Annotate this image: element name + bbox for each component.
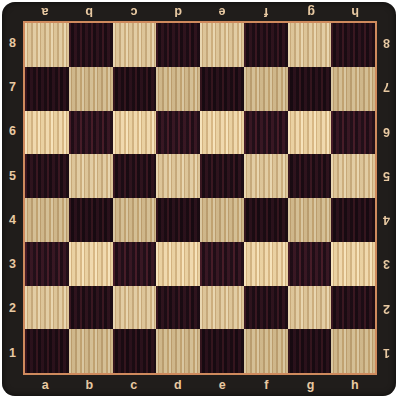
square-g7[interactable] [288, 67, 332, 111]
file-label-top-a: a [23, 2, 67, 21]
square-h5[interactable] [331, 154, 375, 198]
rank-label-right-2: 2 [377, 287, 396, 331]
square-d3[interactable] [156, 242, 200, 286]
square-f5[interactable] [244, 154, 288, 198]
square-g6[interactable] [288, 111, 332, 155]
square-a5[interactable] [25, 154, 69, 198]
square-h7[interactable] [331, 67, 375, 111]
square-f1[interactable] [244, 329, 288, 373]
file-labels-top: abcdefgh [23, 2, 377, 21]
rank-label-left-7: 7 [2, 65, 23, 109]
rank-label-left-3: 3 [2, 242, 23, 286]
rank-label-left-1: 1 [2, 331, 23, 375]
square-c4[interactable] [113, 198, 157, 242]
square-d2[interactable] [156, 286, 200, 330]
square-h1[interactable] [331, 329, 375, 373]
square-c8[interactable] [113, 23, 157, 67]
square-a1[interactable] [25, 329, 69, 373]
file-label-top-b: b [67, 2, 111, 21]
rank-label-left-2: 2 [2, 287, 23, 331]
square-e4[interactable] [200, 198, 244, 242]
square-c1[interactable] [113, 329, 157, 373]
file-label-bottom-g: g [289, 375, 333, 396]
square-e7[interactable] [200, 67, 244, 111]
square-a7[interactable] [25, 67, 69, 111]
square-h6[interactable] [331, 111, 375, 155]
square-f8[interactable] [244, 23, 288, 67]
file-label-top-f: f [244, 2, 288, 21]
square-e6[interactable] [200, 111, 244, 155]
square-d1[interactable] [156, 329, 200, 373]
rank-label-right-6: 6 [377, 110, 396, 154]
square-b7[interactable] [69, 67, 113, 111]
square-g3[interactable] [288, 242, 332, 286]
rank-label-left-6: 6 [2, 110, 23, 154]
square-a6[interactable] [25, 111, 69, 155]
square-e5[interactable] [200, 154, 244, 198]
rank-label-right-5: 5 [377, 154, 396, 198]
square-f6[interactable] [244, 111, 288, 155]
square-c5[interactable] [113, 154, 157, 198]
square-a4[interactable] [25, 198, 69, 242]
square-e8[interactable] [200, 23, 244, 67]
file-label-bottom-b: b [67, 375, 111, 396]
file-label-bottom-e: e [200, 375, 244, 396]
chess-board-mat: abcdefgh 87654321 87654321 abcdefgh [2, 2, 396, 396]
square-c6[interactable] [113, 111, 157, 155]
file-label-bottom-h: h [333, 375, 377, 396]
file-label-bottom-a: a [23, 375, 67, 396]
square-c3[interactable] [113, 242, 157, 286]
square-f2[interactable] [244, 286, 288, 330]
rank-label-left-5: 5 [2, 154, 23, 198]
square-h3[interactable] [331, 242, 375, 286]
file-label-bottom-c: c [112, 375, 156, 396]
rank-label-right-4: 4 [377, 198, 396, 242]
rank-label-right-7: 7 [377, 65, 396, 109]
file-label-top-e: e [200, 2, 244, 21]
square-a8[interactable] [25, 23, 69, 67]
board-frame [23, 21, 377, 375]
file-label-bottom-d: d [156, 375, 200, 396]
square-h8[interactable] [331, 23, 375, 67]
square-f3[interactable] [244, 242, 288, 286]
square-d7[interactable] [156, 67, 200, 111]
file-label-top-h: h [333, 2, 377, 21]
square-b5[interactable] [69, 154, 113, 198]
square-b8[interactable] [69, 23, 113, 67]
square-g2[interactable] [288, 286, 332, 330]
board-grid [25, 23, 375, 373]
square-b2[interactable] [69, 286, 113, 330]
square-e2[interactable] [200, 286, 244, 330]
square-g1[interactable] [288, 329, 332, 373]
square-e1[interactable] [200, 329, 244, 373]
square-d5[interactable] [156, 154, 200, 198]
square-g5[interactable] [288, 154, 332, 198]
square-f7[interactable] [244, 67, 288, 111]
square-d8[interactable] [156, 23, 200, 67]
square-d4[interactable] [156, 198, 200, 242]
rank-label-left-4: 4 [2, 198, 23, 242]
square-d6[interactable] [156, 111, 200, 155]
file-label-top-c: c [112, 2, 156, 21]
rank-labels-left: 87654321 [2, 21, 23, 375]
square-h2[interactable] [331, 286, 375, 330]
square-e3[interactable] [200, 242, 244, 286]
square-g4[interactable] [288, 198, 332, 242]
file-label-bottom-f: f [244, 375, 288, 396]
file-label-top-d: d [156, 2, 200, 21]
square-b3[interactable] [69, 242, 113, 286]
rank-label-left-8: 8 [2, 21, 23, 65]
square-c2[interactable] [113, 286, 157, 330]
rank-label-right-8: 8 [377, 21, 396, 65]
square-c7[interactable] [113, 67, 157, 111]
square-b6[interactable] [69, 111, 113, 155]
square-b1[interactable] [69, 329, 113, 373]
file-label-top-g: g [289, 2, 333, 21]
square-h4[interactable] [331, 198, 375, 242]
square-f4[interactable] [244, 198, 288, 242]
rank-label-right-3: 3 [377, 242, 396, 286]
square-a3[interactable] [25, 242, 69, 286]
square-a2[interactable] [25, 286, 69, 330]
square-g8[interactable] [288, 23, 332, 67]
rank-labels-right: 87654321 [377, 21, 396, 375]
file-labels-bottom: abcdefgh [23, 375, 377, 396]
rank-label-right-1: 1 [377, 331, 396, 375]
square-b4[interactable] [69, 198, 113, 242]
